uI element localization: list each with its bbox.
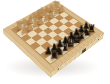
- square-f5: [58, 24, 68, 31]
- clasp-latch-icon: [82, 47, 87, 53]
- piece-black-rook: ♜: [49, 50, 59, 61]
- hinge-screw-icon: [98, 38, 100, 40]
- piece-black-rook: ♜: [87, 24, 96, 34]
- piece-white-queen: ♛: [31, 10, 41, 22]
- chess-set-photo: ♜♞♝♛♚♝♞♜♟♟♟♟♟♟♟♟♟♟♟♟♟♟♟♟♜♞♝♛♚♝♞♜: [0, 0, 110, 84]
- hinge-screw-icon: [57, 68, 59, 71]
- board-grid: ♜♞♝♛♚♝♞♜♟♟♟♟♟♟♟♟♟♟♟♟♟♟♟♟♜♞♝♛♚♝♞♜: [12, 6, 94, 64]
- chess-board: ♜♞♝♛♚♝♞♜♟♟♟♟♟♟♟♟♟♟♟♟♟♟♟♟♜♞♝♛♚♝♞♜: [3, 0, 105, 72]
- square-e6: [58, 31, 68, 38]
